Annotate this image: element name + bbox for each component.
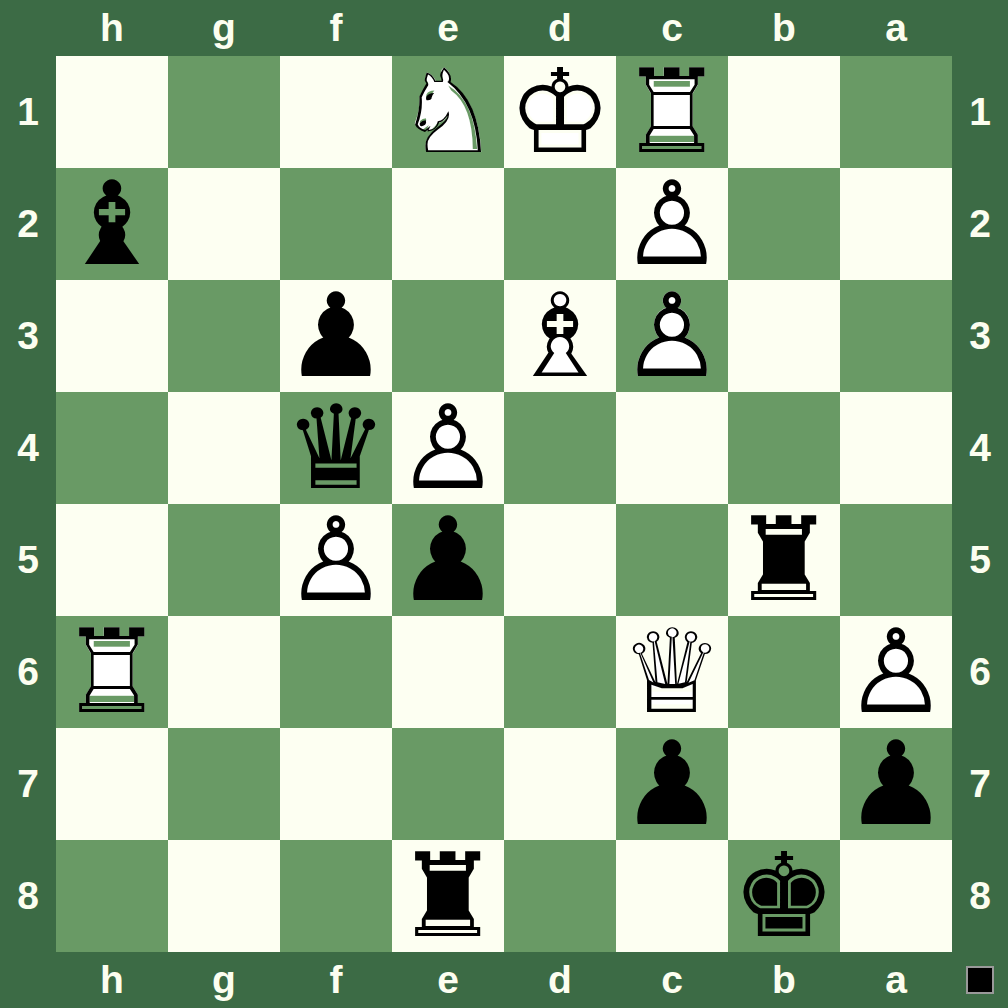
square-b4[interactable]: [728, 392, 840, 504]
square-g4[interactable]: [168, 392, 280, 504]
black-rook-piece: ♜: [392, 840, 504, 952]
black-pawn-piece: ♟: [280, 280, 392, 392]
square-h2[interactable]: ♝: [56, 168, 168, 280]
rank-label-1-right: 1: [952, 56, 1008, 168]
square-a1[interactable]: [840, 56, 952, 168]
square-c8[interactable]: [616, 840, 728, 952]
black-king-piece: ♚: [728, 840, 840, 952]
file-label-f-top: f: [280, 0, 392, 56]
square-d4[interactable]: [504, 392, 616, 504]
file-label-f-bottom: f: [280, 952, 392, 1008]
white-pawn-piece: ♟♙: [392, 392, 504, 504]
black-pawn-piece: ♟: [392, 504, 504, 616]
file-label-a-bottom: a: [840, 952, 952, 1008]
white-queen-piece: ♛♕: [616, 616, 728, 728]
square-f8[interactable]: [280, 840, 392, 952]
square-b3[interactable]: [728, 280, 840, 392]
square-c6[interactable]: ♛♕: [616, 616, 728, 728]
black-queen-piece: ♛: [280, 392, 392, 504]
square-b8[interactable]: ♚: [728, 840, 840, 952]
white-rook-piece: ♜♖: [56, 616, 168, 728]
rank-label-5-right: 5: [952, 504, 1008, 616]
file-label-e-bottom: e: [392, 952, 504, 1008]
square-f6[interactable]: [280, 616, 392, 728]
black-pawn-piece: ♟: [840, 728, 952, 840]
white-pawn-piece: ♟♙: [280, 504, 392, 616]
square-a2[interactable]: [840, 168, 952, 280]
white-knight-piece: ♞♘: [392, 56, 504, 168]
rank-label-2-right: 2: [952, 168, 1008, 280]
black-bishop-piece: ♝: [56, 168, 168, 280]
file-label-e-top: e: [392, 0, 504, 56]
square-g8[interactable]: [168, 840, 280, 952]
square-b7[interactable]: [728, 728, 840, 840]
square-f1[interactable]: [280, 56, 392, 168]
rank-label-8-left: 8: [0, 840, 56, 952]
white-bishop-piece: ♝♗: [504, 280, 616, 392]
white-pawn-piece: ♟♙: [840, 616, 952, 728]
square-h4[interactable]: [56, 392, 168, 504]
square-d3[interactable]: ♝♗: [504, 280, 616, 392]
square-a4[interactable]: [840, 392, 952, 504]
square-h3[interactable]: [56, 280, 168, 392]
square-g7[interactable]: [168, 728, 280, 840]
square-f4[interactable]: ♛: [280, 392, 392, 504]
square-f3[interactable]: ♟: [280, 280, 392, 392]
rank-label-6-left: 6: [0, 616, 56, 728]
file-label-g-bottom: g: [168, 952, 280, 1008]
square-b1[interactable]: [728, 56, 840, 168]
square-d2[interactable]: [504, 168, 616, 280]
rank-label-8-right: 8: [952, 840, 1008, 952]
rank-label-5-left: 5: [0, 504, 56, 616]
rank-label-4-right: 4: [952, 392, 1008, 504]
file-label-a-top: a: [840, 0, 952, 56]
square-e3[interactable]: [392, 280, 504, 392]
square-f5[interactable]: ♟♙: [280, 504, 392, 616]
file-label-c-bottom: c: [616, 952, 728, 1008]
square-f2[interactable]: [280, 168, 392, 280]
square-e5[interactable]: ♟: [392, 504, 504, 616]
file-label-c-top: c: [616, 0, 728, 56]
square-h8[interactable]: [56, 840, 168, 952]
border-corner: [0, 0, 56, 56]
square-g6[interactable]: [168, 616, 280, 728]
square-e6[interactable]: [392, 616, 504, 728]
square-e7[interactable]: [392, 728, 504, 840]
square-h5[interactable]: [56, 504, 168, 616]
black-rook-piece: ♜: [728, 504, 840, 616]
square-f7[interactable]: [280, 728, 392, 840]
square-c5[interactable]: [616, 504, 728, 616]
white-pawn-piece: ♟♙: [616, 168, 728, 280]
square-d5[interactable]: [504, 504, 616, 616]
square-c7[interactable]: ♟: [616, 728, 728, 840]
square-h6[interactable]: ♜♖: [56, 616, 168, 728]
square-g1[interactable]: [168, 56, 280, 168]
square-a8[interactable]: [840, 840, 952, 952]
file-label-h-bottom: h: [56, 952, 168, 1008]
file-label-d-bottom: d: [504, 952, 616, 1008]
white-pawn-piece: ♟♙: [616, 280, 728, 392]
square-c3[interactable]: ♟♙: [616, 280, 728, 392]
square-d7[interactable]: [504, 728, 616, 840]
square-d8[interactable]: [504, 840, 616, 952]
rank-label-2-left: 2: [0, 168, 56, 280]
square-b6[interactable]: [728, 616, 840, 728]
square-e1[interactable]: ♞♘: [392, 56, 504, 168]
file-label-d-top: d: [504, 0, 616, 56]
black-to-move-indicator: [966, 966, 994, 994]
square-a5[interactable]: [840, 504, 952, 616]
rank-label-4-left: 4: [0, 392, 56, 504]
white-rook-piece: ♜♖: [616, 56, 728, 168]
square-e4[interactable]: ♟♙: [392, 392, 504, 504]
square-e8[interactable]: ♜: [392, 840, 504, 952]
file-label-b-top: b: [728, 0, 840, 56]
file-label-g-top: g: [168, 0, 280, 56]
black-pawn-piece: ♟: [616, 728, 728, 840]
chess-board: hgfedcba1♞♘♚♔♜♖12♝♟♙23♟♝♗♟♙34♛♟♙45♟♙♟♜56…: [0, 0, 1008, 1008]
square-c4[interactable]: [616, 392, 728, 504]
square-c2[interactable]: ♟♙: [616, 168, 728, 280]
square-b2[interactable]: [728, 168, 840, 280]
white-king-piece: ♚♔: [504, 56, 616, 168]
rank-label-7-right: 7: [952, 728, 1008, 840]
square-c1[interactable]: ♜♖: [616, 56, 728, 168]
rank-label-7-left: 7: [0, 728, 56, 840]
square-h7[interactable]: [56, 728, 168, 840]
rank-label-1-left: 1: [0, 56, 56, 168]
rank-label-3-right: 3: [952, 280, 1008, 392]
border-corner: [952, 0, 1008, 56]
file-label-h-top: h: [56, 0, 168, 56]
square-d1[interactable]: ♚♔: [504, 56, 616, 168]
rank-label-3-left: 3: [0, 280, 56, 392]
square-g3[interactable]: [168, 280, 280, 392]
square-a6[interactable]: ♟♙: [840, 616, 952, 728]
square-a7[interactable]: ♟: [840, 728, 952, 840]
square-g5[interactable]: [168, 504, 280, 616]
square-h1[interactable]: [56, 56, 168, 168]
square-g2[interactable]: [168, 168, 280, 280]
border-corner: [0, 952, 56, 1008]
chess-diagram: hgfedcba1♞♘♚♔♜♖12♝♟♙23♟♝♗♟♙34♛♟♙45♟♙♟♜56…: [0, 0, 1008, 1008]
square-a3[interactable]: [840, 280, 952, 392]
square-e2[interactable]: [392, 168, 504, 280]
square-b5[interactable]: ♜: [728, 504, 840, 616]
rank-label-6-right: 6: [952, 616, 1008, 728]
square-d6[interactable]: [504, 616, 616, 728]
file-label-b-bottom: b: [728, 952, 840, 1008]
